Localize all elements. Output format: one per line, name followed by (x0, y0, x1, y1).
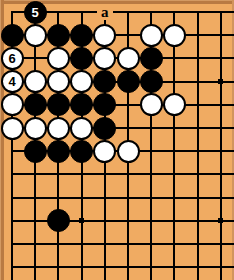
black-stone (117, 70, 140, 93)
white-stone (70, 70, 93, 93)
move-number: 6 (8, 52, 15, 65)
point-label-a: a (97, 5, 113, 20)
white-stone (93, 47, 116, 70)
move-number: 5 (32, 6, 39, 19)
white-stone (163, 24, 186, 47)
star-point (218, 79, 223, 84)
move-number: 4 (8, 75, 15, 88)
white-stone (117, 47, 140, 70)
grid-vline (173, 11, 175, 280)
grid-hline (11, 243, 234, 245)
white-stone (70, 117, 93, 140)
image-edge-right (232, 0, 234, 280)
star-point (79, 218, 84, 223)
black-stone (1, 24, 24, 47)
black-stone (47, 209, 70, 232)
black-stone (24, 140, 47, 163)
grid-hline (11, 266, 234, 268)
star-point (218, 218, 223, 223)
black-stone (47, 24, 70, 47)
white-stone (117, 140, 140, 163)
black-stone (70, 24, 93, 47)
black-stone (93, 117, 116, 140)
black-stone: 5 (24, 1, 47, 24)
grid-hline (11, 197, 234, 199)
black-stone (70, 47, 93, 70)
white-stone (93, 140, 116, 163)
white-stone (47, 117, 70, 140)
grid-vline (197, 11, 199, 280)
black-stone (140, 47, 163, 70)
white-stone (1, 117, 24, 140)
white-stone: 6 (1, 47, 24, 70)
white-stone (24, 70, 47, 93)
black-stone (93, 93, 116, 116)
go-board-diagram: 564 a (0, 0, 234, 280)
grid-hline (11, 173, 234, 175)
black-stone (47, 93, 70, 116)
white-stone (140, 24, 163, 47)
white-stone (1, 93, 24, 116)
black-stone (70, 140, 93, 163)
white-stone: 4 (1, 70, 24, 93)
white-stone (93, 24, 116, 47)
white-stone (163, 93, 186, 116)
white-stone (24, 117, 47, 140)
white-stone (140, 93, 163, 116)
grid-hline (11, 220, 234, 222)
white-stone (24, 24, 47, 47)
white-stone (47, 70, 70, 93)
black-stone (93, 70, 116, 93)
black-stone (47, 140, 70, 163)
white-stone (47, 47, 70, 70)
black-stone (140, 70, 163, 93)
grid-vline (220, 11, 222, 280)
black-stone (24, 93, 47, 116)
black-stone (70, 93, 93, 116)
